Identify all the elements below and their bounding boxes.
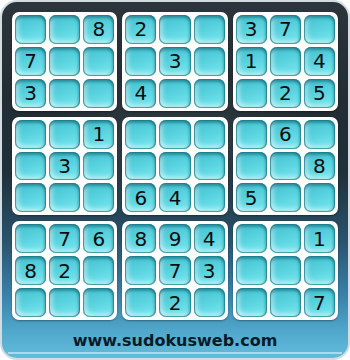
cell-r8c6[interactable]: 3 — [194, 256, 225, 285]
cell-r2c3[interactable] — [83, 47, 114, 76]
cell-r8c9[interactable] — [304, 256, 335, 285]
cell-r3c5[interactable] — [159, 79, 190, 108]
cell-r6c5[interactable]: 4 — [159, 183, 190, 212]
cell-r8c4[interactable] — [125, 256, 156, 285]
cell-r4c1[interactable] — [15, 120, 46, 149]
box-3-1: 7682 — [12, 221, 117, 320]
cell-r2c5[interactable]: 3 — [159, 47, 190, 76]
sudoku-board: 8732343714251364685768289473217 www.sudo… — [0, 0, 350, 360]
cell-r9c7[interactable] — [236, 288, 267, 317]
box-3-3: 17 — [233, 221, 338, 320]
box-3-2: 894732 — [122, 221, 227, 320]
cell-r9c2[interactable] — [49, 288, 80, 317]
cell-r1c1[interactable] — [15, 15, 46, 44]
cell-r6c1[interactable] — [15, 183, 46, 212]
cell-r9c6[interactable] — [194, 288, 225, 317]
cell-r5c8[interactable] — [270, 152, 301, 181]
cell-r9c3[interactable] — [83, 288, 114, 317]
box-2-3: 685 — [233, 117, 338, 216]
cell-r8c3[interactable] — [83, 256, 114, 285]
cell-r3c7[interactable] — [236, 79, 267, 108]
cell-r5c9[interactable]: 8 — [304, 152, 335, 181]
cell-r1c3[interactable]: 8 — [83, 15, 114, 44]
cell-r7c1[interactable] — [15, 224, 46, 253]
cell-r7c9[interactable]: 1 — [304, 224, 335, 253]
cell-r3c3[interactable] — [83, 79, 114, 108]
cell-r4c8[interactable]: 6 — [270, 120, 301, 149]
cell-r7c5[interactable]: 9 — [159, 224, 190, 253]
cell-r9c8[interactable] — [270, 288, 301, 317]
cell-r6c4[interactable]: 6 — [125, 183, 156, 212]
cell-r2c8[interactable] — [270, 47, 301, 76]
cell-r2c4[interactable] — [125, 47, 156, 76]
cell-r1c6[interactable] — [194, 15, 225, 44]
sudoku-grid: 8732343714251364685768289473217 — [12, 12, 338, 320]
cell-r2c9[interactable]: 4 — [304, 47, 335, 76]
cell-r1c4[interactable]: 2 — [125, 15, 156, 44]
cell-r8c7[interactable] — [236, 256, 267, 285]
cell-r2c1[interactable]: 7 — [15, 47, 46, 76]
box-2-2: 64 — [122, 117, 227, 216]
cell-r1c9[interactable] — [304, 15, 335, 44]
cell-r8c2[interactable]: 2 — [49, 256, 80, 285]
cell-r7c3[interactable]: 6 — [83, 224, 114, 253]
cell-r3c4[interactable]: 4 — [125, 79, 156, 108]
cell-r7c8[interactable] — [270, 224, 301, 253]
cell-r4c9[interactable] — [304, 120, 335, 149]
cell-r7c7[interactable] — [236, 224, 267, 253]
cell-r6c2[interactable] — [49, 183, 80, 212]
cell-r6c3[interactable] — [83, 183, 114, 212]
cell-r3c8[interactable]: 2 — [270, 79, 301, 108]
cell-r6c7[interactable]: 5 — [236, 183, 267, 212]
cell-r3c2[interactable] — [49, 79, 80, 108]
cell-r5c1[interactable] — [15, 152, 46, 181]
cell-r9c9[interactable]: 7 — [304, 288, 335, 317]
cell-r5c4[interactable] — [125, 152, 156, 181]
cell-r8c5[interactable]: 7 — [159, 256, 190, 285]
cell-r8c8[interactable] — [270, 256, 301, 285]
sudoku-page: 8732343714251364685768289473217 www.sudo… — [0, 0, 350, 360]
cell-r5c3[interactable] — [83, 152, 114, 181]
cell-r6c8[interactable] — [270, 183, 301, 212]
footer-bar: www.sudokusweb.com — [8, 329, 342, 354]
cell-r1c7[interactable]: 3 — [236, 15, 267, 44]
cell-r7c4[interactable]: 8 — [125, 224, 156, 253]
box-2-1: 13 — [12, 117, 117, 216]
cell-r3c9[interactable]: 5 — [304, 79, 335, 108]
cell-r7c6[interactable]: 4 — [194, 224, 225, 253]
cell-r4c2[interactable] — [49, 120, 80, 149]
cell-r4c6[interactable] — [194, 120, 225, 149]
box-1-1: 873 — [12, 12, 117, 111]
cell-r1c2[interactable] — [49, 15, 80, 44]
cell-r4c5[interactable] — [159, 120, 190, 149]
cell-r5c6[interactable] — [194, 152, 225, 181]
cell-r2c6[interactable] — [194, 47, 225, 76]
cell-r6c6[interactable] — [194, 183, 225, 212]
cell-r2c2[interactable] — [49, 47, 80, 76]
cell-r2c7[interactable]: 1 — [236, 47, 267, 76]
box-1-3: 371425 — [233, 12, 338, 111]
box-1-2: 234 — [122, 12, 227, 111]
cell-r5c2[interactable]: 3 — [49, 152, 80, 181]
cell-r4c7[interactable] — [236, 120, 267, 149]
cell-r1c5[interactable] — [159, 15, 190, 44]
cell-r3c1[interactable]: 3 — [15, 79, 46, 108]
cell-r9c5[interactable]: 2 — [159, 288, 190, 317]
website-link[interactable]: www.sudokusweb.com — [73, 331, 278, 350]
cell-r5c5[interactable] — [159, 152, 190, 181]
cell-r8c1[interactable]: 8 — [15, 256, 46, 285]
cell-r9c1[interactable] — [15, 288, 46, 317]
cell-r7c2[interactable]: 7 — [49, 224, 80, 253]
cell-r5c7[interactable] — [236, 152, 267, 181]
cell-r1c8[interactable]: 7 — [270, 15, 301, 44]
cell-r4c3[interactable]: 1 — [83, 120, 114, 149]
cell-r3c6[interactable] — [194, 79, 225, 108]
cell-r9c4[interactable] — [125, 288, 156, 317]
cell-r4c4[interactable] — [125, 120, 156, 149]
cell-r6c9[interactable] — [304, 183, 335, 212]
